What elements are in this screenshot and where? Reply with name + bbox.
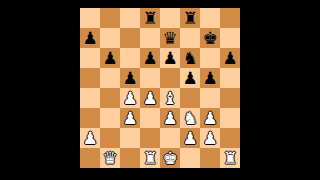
piece-black-pawn[interactable]: ♟ (162, 48, 177, 68)
square-c4[interactable]: ♟ (120, 88, 140, 108)
square-a1[interactable] (80, 148, 100, 168)
square-a5[interactable] (80, 68, 100, 88)
square-h4[interactable] (220, 88, 240, 108)
piece-black-pawn[interactable]: ♟ (102, 48, 117, 68)
square-e4[interactable]: ♝ (160, 88, 180, 108)
square-d2[interactable] (140, 128, 160, 148)
square-d5[interactable] (140, 68, 160, 88)
square-a4[interactable] (80, 88, 100, 108)
square-g3[interactable]: ♟ (200, 108, 220, 128)
square-f1[interactable] (180, 148, 200, 168)
piece-white-pawn[interactable]: ♟ (82, 128, 97, 148)
piece-white-rook[interactable]: ♜ (222, 148, 237, 168)
square-h1[interactable]: ♜ (220, 148, 240, 168)
square-b6[interactable]: ♟ (100, 48, 120, 68)
square-h5[interactable] (220, 68, 240, 88)
piece-white-pawn[interactable]: ♟ (142, 88, 157, 108)
square-b1[interactable]: ♛ (100, 148, 120, 168)
square-c6[interactable] (120, 48, 140, 68)
square-b5[interactable] (100, 68, 120, 88)
square-f3[interactable]: ♞ (180, 108, 200, 128)
square-b2[interactable] (100, 128, 120, 148)
square-c5[interactable]: ♟ (120, 68, 140, 88)
square-e6[interactable]: ♟ (160, 48, 180, 68)
piece-white-knight[interactable]: ♞ (182, 108, 197, 128)
piece-black-pawn[interactable]: ♟ (142, 48, 157, 68)
square-d4[interactable]: ♟ (140, 88, 160, 108)
square-h3[interactable] (220, 108, 240, 128)
square-b8[interactable] (100, 8, 120, 28)
square-c7[interactable] (120, 28, 140, 48)
square-e5[interactable] (160, 68, 180, 88)
square-g6[interactable] (200, 48, 220, 68)
piece-black-knight[interactable]: ♞ (182, 48, 197, 68)
square-a6[interactable] (80, 48, 100, 68)
piece-white-pawn[interactable]: ♟ (182, 128, 197, 148)
square-c8[interactable] (120, 8, 140, 28)
chess-board: ♜♜♟♛♚♟♟♟♞♟♟♟♟♟♟♝♟♟♞♟♟♟♟♛♜♚♜ (80, 8, 240, 168)
piece-white-king[interactable]: ♚ (162, 148, 177, 168)
piece-white-queen[interactable]: ♛ (102, 148, 117, 168)
screenshot-root: ♜♜♟♛♚♟♟♟♞♟♟♟♟♟♟♝♟♟♞♟♟♟♟♛♜♚♜ (0, 0, 320, 180)
square-b4[interactable] (100, 88, 120, 108)
square-a3[interactable] (80, 108, 100, 128)
square-g2[interactable]: ♟ (200, 128, 220, 148)
piece-black-pawn[interactable]: ♟ (122, 68, 137, 88)
piece-white-rook[interactable]: ♜ (142, 148, 157, 168)
square-a7[interactable]: ♟ (80, 28, 100, 48)
square-c3[interactable]: ♟ (120, 108, 140, 128)
piece-white-pawn[interactable]: ♟ (202, 108, 217, 128)
square-f6[interactable]: ♞ (180, 48, 200, 68)
square-f7[interactable] (180, 28, 200, 48)
square-d7[interactable] (140, 28, 160, 48)
piece-white-bishop[interactable]: ♝ (162, 88, 177, 108)
square-f4[interactable] (180, 88, 200, 108)
square-a2[interactable]: ♟ (80, 128, 100, 148)
piece-black-rook[interactable]: ♜ (182, 8, 197, 28)
square-e3[interactable]: ♟ (160, 108, 180, 128)
square-f5[interactable]: ♟ (180, 68, 200, 88)
square-h7[interactable] (220, 28, 240, 48)
square-d1[interactable]: ♜ (140, 148, 160, 168)
square-b3[interactable] (100, 108, 120, 128)
square-c1[interactable] (120, 148, 140, 168)
square-e1[interactable]: ♚ (160, 148, 180, 168)
piece-white-pawn[interactable]: ♟ (122, 88, 137, 108)
square-a8[interactable] (80, 8, 100, 28)
square-c2[interactable] (120, 128, 140, 148)
square-g8[interactable] (200, 8, 220, 28)
piece-black-rook[interactable]: ♜ (142, 8, 157, 28)
square-h6[interactable]: ♟ (220, 48, 240, 68)
square-d6[interactable]: ♟ (140, 48, 160, 68)
square-h8[interactable] (220, 8, 240, 28)
square-f8[interactable]: ♜ (180, 8, 200, 28)
piece-white-pawn[interactable]: ♟ (202, 128, 217, 148)
piece-black-pawn[interactable]: ♟ (82, 28, 97, 48)
piece-black-pawn[interactable]: ♟ (222, 48, 237, 68)
square-e7[interactable]: ♛ (160, 28, 180, 48)
piece-white-pawn[interactable]: ♟ (122, 108, 137, 128)
square-e8[interactable] (160, 8, 180, 28)
square-d8[interactable]: ♜ (140, 8, 160, 28)
piece-black-queen[interactable]: ♛ (162, 28, 177, 48)
square-g7[interactable]: ♚ (200, 28, 220, 48)
square-b7[interactable] (100, 28, 120, 48)
square-d3[interactable] (140, 108, 160, 128)
square-g4[interactable] (200, 88, 220, 108)
piece-white-pawn[interactable]: ♟ (162, 108, 177, 128)
square-h2[interactable] (220, 128, 240, 148)
piece-black-king[interactable]: ♚ (202, 28, 217, 48)
square-f2[interactable]: ♟ (180, 128, 200, 148)
piece-black-pawn[interactable]: ♟ (182, 68, 197, 88)
square-g1[interactable] (200, 148, 220, 168)
square-e2[interactable] (160, 128, 180, 148)
piece-black-pawn[interactable]: ♟ (202, 68, 217, 88)
square-g5[interactable]: ♟ (200, 68, 220, 88)
